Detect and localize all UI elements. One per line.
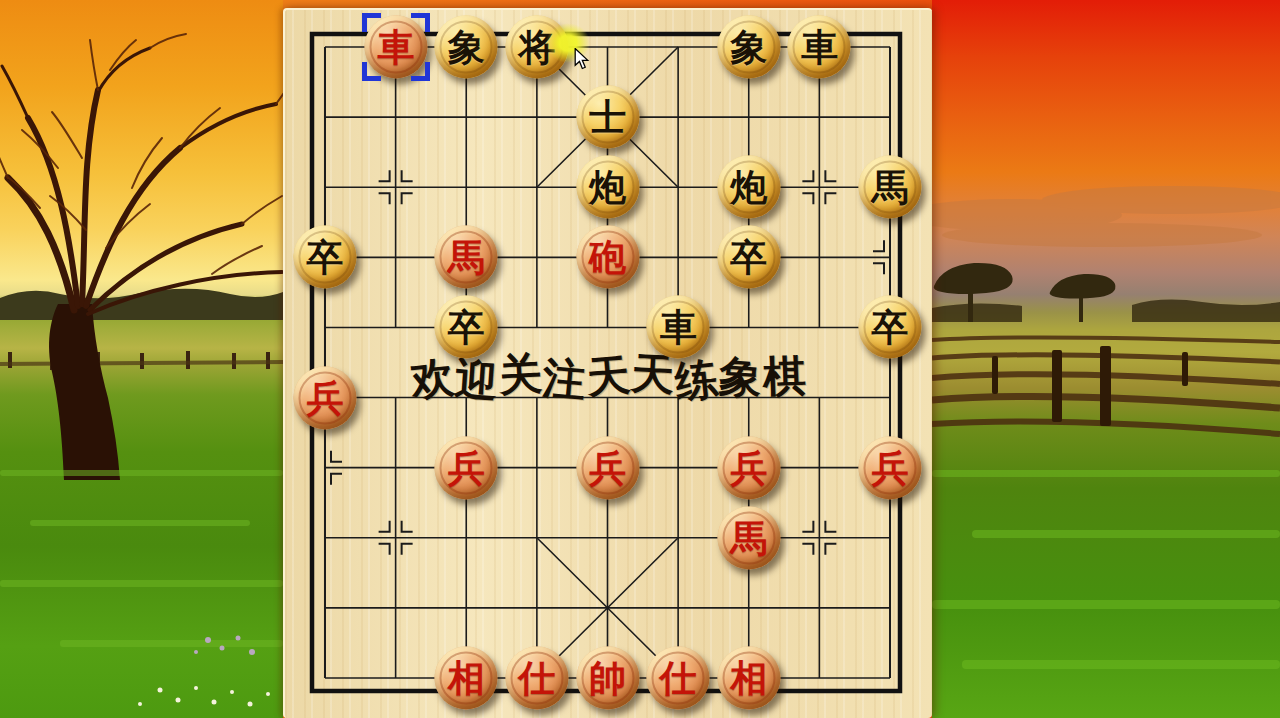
piece-red-horse[interactable]: 馬 — [717, 506, 780, 569]
piece-black-chariot[interactable]: 車 — [647, 296, 710, 359]
piece-glyph: 車 — [660, 309, 697, 346]
piece-black-chariot[interactable]: 車 — [788, 16, 851, 79]
xiangqi-board[interactable]: 欢迎关注天天练象棋 車象将象車士炮炮馬卒馬砲卒卒車卒兵兵兵兵兵馬相仕帥仕相 — [283, 8, 932, 718]
piece-glyph: 兵 — [589, 449, 626, 486]
piece-red-advisor[interactable]: 仕 — [505, 646, 568, 709]
piece-red-soldier[interactable]: 兵 — [294, 366, 357, 429]
piece-glyph: 卒 — [307, 239, 344, 276]
piece-black-soldier[interactable]: 卒 — [717, 226, 780, 289]
piece-red-soldier[interactable]: 兵 — [859, 436, 922, 499]
piece-glyph: 炮 — [589, 169, 626, 206]
piece-glyph: 帥 — [589, 659, 626, 696]
piece-red-advisor[interactable]: 仕 — [647, 646, 710, 709]
piece-glyph: 将 — [518, 29, 555, 66]
piece-glyph: 卒 — [872, 309, 909, 346]
piece-glyph: 卒 — [448, 309, 485, 346]
piece-black-general[interactable]: 将 — [505, 16, 568, 79]
piece-black-soldier[interactable]: 卒 — [435, 296, 498, 359]
piece-black-advisor[interactable]: 士 — [576, 86, 639, 149]
piece-glyph: 兵 — [872, 449, 909, 486]
piece-black-soldier[interactable]: 卒 — [859, 296, 922, 359]
vineyard-silhouettes — [932, 0, 1280, 718]
piece-glyph: 士 — [589, 99, 626, 136]
piece-red-elephant[interactable]: 相 — [717, 646, 780, 709]
piece-black-horse[interactable]: 馬 — [859, 156, 922, 219]
piece-red-soldier[interactable]: 兵 — [576, 436, 639, 499]
piece-red-cannon[interactable]: 砲 — [576, 226, 639, 289]
piece-glyph: 相 — [730, 659, 767, 696]
piece-glyph: 馬 — [448, 239, 485, 276]
piece-glyph: 馬 — [872, 169, 909, 206]
piece-glyph: 炮 — [730, 169, 767, 206]
piece-glyph: 卒 — [730, 239, 767, 276]
background-right-vineyard — [932, 0, 1280, 718]
bare-tree-silhouette — [0, 0, 283, 718]
piece-black-cannon[interactable]: 炮 — [717, 156, 780, 219]
piece-glyph: 象 — [730, 29, 767, 66]
piece-black-elephant[interactable]: 象 — [435, 16, 498, 79]
piece-glyph: 相 — [448, 659, 485, 696]
background-left-landscape — [0, 0, 283, 718]
piece-red-soldier[interactable]: 兵 — [717, 436, 780, 499]
piece-glyph: 車 — [377, 29, 414, 66]
piece-glyph: 馬 — [730, 519, 767, 556]
piece-red-horse[interactable]: 馬 — [435, 226, 498, 289]
piece-red-king[interactable]: 帥 — [576, 646, 639, 709]
piece-glyph: 車 — [801, 29, 838, 66]
piece-red-soldier[interactable]: 兵 — [435, 436, 498, 499]
piece-glyph: 仕 — [660, 659, 697, 696]
piece-glyph: 仕 — [518, 659, 555, 696]
piece-glyph: 兵 — [307, 379, 344, 416]
piece-black-soldier[interactable]: 卒 — [294, 226, 357, 289]
piece-glyph: 兵 — [730, 449, 767, 486]
piece-red-elephant[interactable]: 相 — [435, 646, 498, 709]
piece-glyph: 象 — [448, 29, 485, 66]
piece-black-elephant[interactable]: 象 — [717, 16, 780, 79]
piece-glyph: 砲 — [589, 239, 626, 276]
piece-red-chariot[interactable]: 車 — [364, 16, 427, 79]
piece-black-cannon[interactable]: 炮 — [576, 156, 639, 219]
piece-glyph: 兵 — [448, 449, 485, 486]
